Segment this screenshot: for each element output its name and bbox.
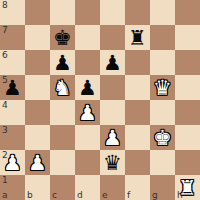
- file-label-g: g: [152, 191, 158, 200]
- chess-board-container: 87♚♜6♟♟5♟♞♟♛4♟3♟♚2♟♟♛1abcdefgh♜: [0, 0, 200, 200]
- piece-white-pawn[interactable]: ♟: [100, 125, 125, 150]
- square-a2[interactable]: 2♟: [0, 150, 25, 175]
- file-label-d: d: [77, 191, 83, 200]
- square-e4[interactable]: [100, 100, 125, 125]
- square-a4[interactable]: 4: [0, 100, 25, 125]
- square-d1[interactable]: d: [75, 175, 100, 200]
- piece-white-pawn[interactable]: ♟: [25, 150, 50, 175]
- square-e8[interactable]: [100, 0, 125, 25]
- file-label-f: f: [127, 191, 130, 200]
- piece-white-knight[interactable]: ♞: [50, 75, 75, 100]
- piece-white-queen[interactable]: ♛: [150, 75, 175, 100]
- square-h8[interactable]: [175, 0, 200, 25]
- square-e2[interactable]: ♛: [100, 150, 125, 175]
- square-d3[interactable]: [75, 125, 100, 150]
- square-g6[interactable]: [150, 50, 175, 75]
- file-label-a: a: [2, 191, 8, 200]
- square-d8[interactable]: [75, 0, 100, 25]
- square-b7[interactable]: [25, 25, 50, 50]
- square-f7[interactable]: ♜: [125, 25, 150, 50]
- square-a5[interactable]: 5♟: [0, 75, 25, 100]
- square-f3[interactable]: [125, 125, 150, 150]
- piece-black-pawn[interactable]: ♟: [100, 50, 125, 75]
- square-c8[interactable]: [50, 0, 75, 25]
- square-c5[interactable]: ♞: [50, 75, 75, 100]
- square-b2[interactable]: ♟: [25, 150, 50, 175]
- square-b1[interactable]: b: [25, 175, 50, 200]
- piece-white-pawn[interactable]: ♟: [75, 100, 100, 125]
- square-f5[interactable]: [125, 75, 150, 100]
- piece-black-pawn[interactable]: ♟: [50, 50, 75, 75]
- square-a1[interactable]: 1a: [0, 175, 25, 200]
- file-label-c: c: [52, 191, 57, 200]
- square-a8[interactable]: 8: [0, 0, 25, 25]
- square-a3[interactable]: 3: [0, 125, 25, 150]
- rank-label-1: 1: [2, 176, 8, 185]
- square-h7[interactable]: [175, 25, 200, 50]
- square-e3[interactable]: ♟: [100, 125, 125, 150]
- square-c7[interactable]: ♚: [50, 25, 75, 50]
- square-c1[interactable]: c: [50, 175, 75, 200]
- square-d2[interactable]: [75, 150, 100, 175]
- square-e5[interactable]: [100, 75, 125, 100]
- piece-white-king[interactable]: ♚: [150, 125, 175, 150]
- square-b8[interactable]: [25, 0, 50, 25]
- rank-label-6: 6: [2, 51, 8, 60]
- file-label-b: b: [27, 191, 33, 200]
- square-d5[interactable]: ♟: [75, 75, 100, 100]
- square-b6[interactable]: [25, 50, 50, 75]
- piece-black-pawn[interactable]: ♟: [0, 75, 25, 100]
- square-g8[interactable]: [150, 0, 175, 25]
- square-a6[interactable]: 6: [0, 50, 25, 75]
- square-b3[interactable]: [25, 125, 50, 150]
- piece-black-queen[interactable]: ♛: [100, 150, 125, 175]
- square-h3[interactable]: [175, 125, 200, 150]
- square-f2[interactable]: [125, 150, 150, 175]
- piece-black-pawn[interactable]: ♟: [75, 75, 100, 100]
- square-h6[interactable]: [175, 50, 200, 75]
- square-c3[interactable]: [50, 125, 75, 150]
- square-e1[interactable]: e: [100, 175, 125, 200]
- rank-label-4: 4: [2, 101, 8, 110]
- square-b4[interactable]: [25, 100, 50, 125]
- piece-black-king[interactable]: ♚: [50, 25, 75, 50]
- square-d7[interactable]: [75, 25, 100, 50]
- chess-board: 87♚♜6♟♟5♟♞♟♛4♟3♟♚2♟♟♛1abcdefgh♜: [0, 0, 200, 200]
- square-h2[interactable]: [175, 150, 200, 175]
- square-g1[interactable]: g: [150, 175, 175, 200]
- square-f6[interactable]: [125, 50, 150, 75]
- square-h5[interactable]: [175, 75, 200, 100]
- square-f4[interactable]: [125, 100, 150, 125]
- square-c4[interactable]: [50, 100, 75, 125]
- square-g3[interactable]: ♚: [150, 125, 175, 150]
- square-c6[interactable]: ♟: [50, 50, 75, 75]
- square-d6[interactable]: [75, 50, 100, 75]
- piece-white-pawn[interactable]: ♟: [0, 150, 25, 175]
- square-f8[interactable]: [125, 0, 150, 25]
- square-e7[interactable]: [100, 25, 125, 50]
- square-e6[interactable]: ♟: [100, 50, 125, 75]
- square-d4[interactable]: ♟: [75, 100, 100, 125]
- square-g4[interactable]: [150, 100, 175, 125]
- piece-black-rook[interactable]: ♜: [125, 25, 150, 50]
- file-label-e: e: [102, 191, 108, 200]
- square-f1[interactable]: f: [125, 175, 150, 200]
- square-c2[interactable]: [50, 150, 75, 175]
- square-h1[interactable]: h♜: [175, 175, 200, 200]
- square-g5[interactable]: ♛: [150, 75, 175, 100]
- square-a7[interactable]: 7: [0, 25, 25, 50]
- square-b5[interactable]: [25, 75, 50, 100]
- rank-label-3: 3: [2, 126, 8, 135]
- piece-white-rook[interactable]: ♜: [175, 175, 200, 200]
- square-h4[interactable]: [175, 100, 200, 125]
- square-g2[interactable]: [150, 150, 175, 175]
- rank-label-7: 7: [2, 26, 8, 35]
- rank-label-8: 8: [2, 1, 8, 10]
- square-g7[interactable]: [150, 25, 175, 50]
